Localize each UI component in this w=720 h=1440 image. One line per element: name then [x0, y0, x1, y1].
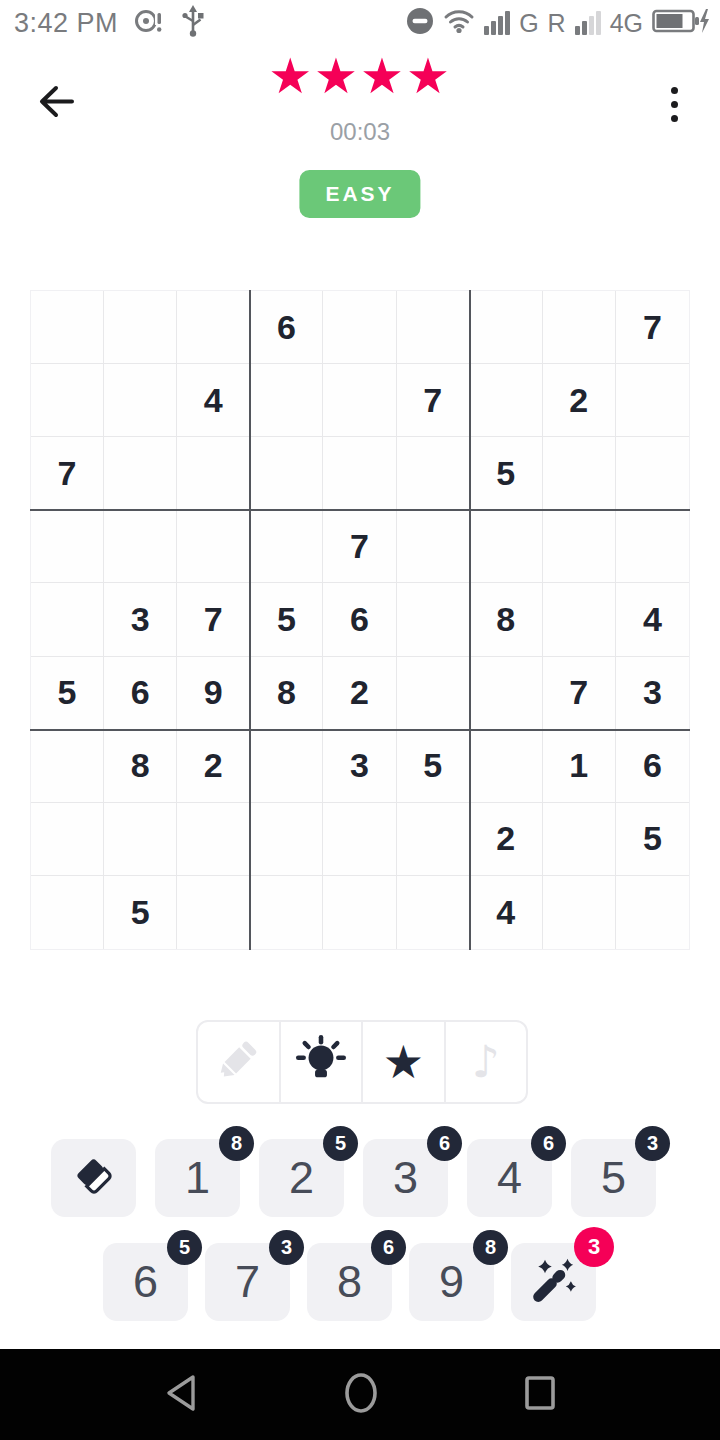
notes-pencil-button[interactable]	[198, 1022, 281, 1102]
sudoku-cell[interactable]	[250, 876, 323, 949]
sudoku-cell[interactable]	[323, 364, 396, 437]
remaining-count-badge: 5	[323, 1126, 358, 1161]
eraser-button[interactable]	[51, 1139, 136, 1217]
sudoku-cell[interactable]	[323, 437, 396, 510]
sudoku-cell[interactable]: 6	[104, 657, 177, 730]
sudoku-grid: 6747275737568456982738235162554	[30, 290, 690, 950]
numpad-digit: 7	[235, 1256, 260, 1308]
sudoku-cell[interactable]	[177, 291, 250, 364]
sudoku-cell[interactable]: 2	[323, 657, 396, 730]
sudoku-cell[interactable]	[470, 364, 543, 437]
remaining-count-badge: 3	[269, 1230, 304, 1265]
roaming-label: R	[548, 9, 566, 38]
rating-button[interactable]: ★	[363, 1022, 446, 1102]
network-type-label-2: 4G	[610, 9, 643, 38]
sudoku-cell[interactable]: 3	[104, 583, 177, 656]
game-toolbar: ★ ♪	[196, 1020, 528, 1104]
numpad-row-1: 1825364653	[51, 1139, 656, 1217]
sudoku-cell[interactable]	[616, 364, 689, 437]
sudoku-cell[interactable]: 5	[616, 803, 689, 876]
sudoku-cell[interactable]	[397, 291, 470, 364]
sudoku-cell[interactable]: 8	[470, 583, 543, 656]
numpad-digit: 5	[601, 1152, 626, 1204]
sudoku-cell[interactable]	[470, 291, 543, 364]
difficulty-stars: ★★★★	[0, 50, 720, 104]
usb-icon	[180, 4, 206, 42]
nav-home-button[interactable]	[342, 1371, 380, 1419]
sudoku-cell[interactable]	[31, 583, 104, 656]
sudoku-cell[interactable]	[250, 730, 323, 803]
sudoku-cell[interactable]	[177, 437, 250, 510]
numpad-button-6[interactable]: 65	[103, 1243, 188, 1321]
sudoku-cell[interactable]	[250, 803, 323, 876]
numpad-button-3[interactable]: 36	[363, 1139, 448, 1217]
sudoku-cell[interactable]	[31, 291, 104, 364]
sudoku-cell[interactable]: 7	[177, 583, 250, 656]
network-type-label: G	[519, 9, 538, 38]
numpad-button-9[interactable]: 98	[409, 1243, 494, 1321]
sudoku-cell[interactable]	[470, 510, 543, 583]
nav-recents-button[interactable]	[523, 1374, 557, 1416]
numpad-button-7[interactable]: 73	[205, 1243, 290, 1321]
sudoku-cell[interactable]	[543, 510, 616, 583]
remaining-count-badge: 8	[473, 1230, 508, 1265]
sudoku-cell[interactable]: 2	[543, 364, 616, 437]
remaining-count-badge: 3	[635, 1126, 670, 1161]
sudoku-cell[interactable]	[397, 803, 470, 876]
sudoku-cell[interactable]: 9	[177, 657, 250, 730]
numpad-button-1[interactable]: 18	[155, 1139, 240, 1217]
remaining-count-badge: 6	[427, 1126, 462, 1161]
remaining-count-badge: 6	[371, 1230, 406, 1265]
signal-icon-2	[575, 11, 601, 35]
sudoku-cell[interactable]	[31, 876, 104, 949]
nav-back-icon	[163, 1373, 199, 1413]
numpad-button-4[interactable]: 46	[467, 1139, 552, 1217]
sudoku-cell[interactable]: 7	[31, 437, 104, 510]
numpad-button-2[interactable]: 25	[259, 1139, 344, 1217]
game-timer: 00:03	[0, 118, 720, 146]
numpad-digit: 6	[133, 1256, 158, 1308]
star-icon: ★	[383, 1039, 424, 1085]
sudoku-board: 6747275737568456982738235162554	[30, 290, 690, 950]
sudoku-cell[interactable]	[470, 730, 543, 803]
hint-button[interactable]	[281, 1022, 364, 1102]
sudoku-cell[interactable]	[104, 510, 177, 583]
sudoku-cell[interactable]	[177, 876, 250, 949]
eraser-icon	[68, 1150, 120, 1206]
clock: 3:42 PM	[14, 8, 118, 39]
sudoku-cell[interactable]	[616, 510, 689, 583]
sudoku-cell[interactable]: 2	[470, 803, 543, 876]
status-bar: 3:42 PM	[0, 0, 720, 44]
sudoku-cell[interactable]	[250, 510, 323, 583]
pencil-icon	[212, 1034, 264, 1090]
do-not-disturb-icon	[406, 7, 434, 39]
numpad-digit: 9	[439, 1256, 464, 1308]
sudoku-cell[interactable]: 5	[31, 657, 104, 730]
sudoku-cell[interactable]: 3	[323, 730, 396, 803]
sudoku-cell[interactable]: 7	[543, 657, 616, 730]
numpad-digit: 3	[393, 1152, 418, 1204]
sudoku-cell[interactable]	[616, 437, 689, 510]
sudoku-cell[interactable]	[104, 291, 177, 364]
sudoku-cell[interactable]	[397, 657, 470, 730]
sudoku-cell[interactable]	[397, 876, 470, 949]
sudoku-cell[interactable]: 6	[250, 291, 323, 364]
sudoku-cell[interactable]	[397, 583, 470, 656]
remaining-count-badge: 8	[219, 1126, 254, 1161]
sudoku-cell[interactable]: 7	[397, 364, 470, 437]
sudoku-cell[interactable]: 1	[543, 730, 616, 803]
sudoku-cell[interactable]: 6	[323, 583, 396, 656]
sudoku-cell[interactable]	[31, 510, 104, 583]
sudoku-cell[interactable]	[616, 876, 689, 949]
sudoku-cell[interactable]	[543, 876, 616, 949]
numpad-row-2: 65738698 3	[103, 1243, 596, 1321]
sudoku-cell[interactable]: 7	[323, 510, 396, 583]
sudoku-cell[interactable]	[397, 510, 470, 583]
sudoku-cell[interactable]	[250, 437, 323, 510]
sudoku-cell[interactable]	[323, 876, 396, 949]
box-divider	[469, 290, 471, 950]
sudoku-cell[interactable]	[543, 437, 616, 510]
sudoku-cell[interactable]: 4	[616, 583, 689, 656]
lightbulb-icon	[295, 1034, 347, 1090]
sudoku-cell[interactable]	[31, 730, 104, 803]
sudoku-cell[interactable]	[397, 437, 470, 510]
sudoku-cell[interactable]	[470, 657, 543, 730]
numpad-digit: 2	[289, 1152, 314, 1204]
sudoku-cell[interactable]	[104, 437, 177, 510]
remaining-count-badge: 5	[167, 1230, 202, 1265]
magic-wand-icon	[527, 1253, 581, 1311]
sudoku-cell[interactable]	[104, 364, 177, 437]
alert-icon	[134, 5, 164, 41]
sudoku-cell[interactable]	[31, 803, 104, 876]
sudoku-cell[interactable]	[543, 583, 616, 656]
sudoku-cell[interactable]: 7	[616, 291, 689, 364]
music-note-icon: ♪	[472, 1040, 500, 1084]
signal-icon	[484, 11, 510, 35]
nav-home-icon	[342, 1371, 380, 1415]
wifi-icon	[443, 8, 475, 38]
box-divider	[30, 509, 690, 511]
sudoku-cell[interactable]	[104, 803, 177, 876]
sudoku-cell[interactable]: 4	[177, 364, 250, 437]
numpad-button-8[interactable]: 86	[307, 1243, 392, 1321]
sudoku-cell[interactable]	[323, 803, 396, 876]
nav-back-button[interactable]	[163, 1373, 199, 1417]
difficulty-badge: EASY	[299, 170, 420, 218]
battery-charging-icon	[652, 7, 710, 39]
sudoku-cell[interactable]: 5	[104, 876, 177, 949]
sudoku-cell[interactable]: 5	[397, 730, 470, 803]
android-navigation-bar	[0, 1349, 720, 1440]
sound-button[interactable]: ♪	[446, 1022, 527, 1102]
sudoku-cell[interactable]: 5	[250, 583, 323, 656]
numpad-digit: 8	[337, 1256, 362, 1308]
sudoku-cell[interactable]: 3	[616, 657, 689, 730]
sudoku-cell[interactable]: 2	[177, 730, 250, 803]
sudoku-cell[interactable]	[543, 291, 616, 364]
sudoku-cell[interactable]: 8	[250, 657, 323, 730]
numpad-digit: 4	[497, 1152, 522, 1204]
sudoku-cell[interactable]	[177, 510, 250, 583]
nav-recents-icon	[523, 1374, 557, 1412]
kebab-dot	[671, 87, 678, 94]
magic-wand-button[interactable]: 3	[511, 1243, 596, 1321]
numpad-digit: 1	[185, 1152, 210, 1204]
sudoku-cell[interactable]: 6	[616, 730, 689, 803]
sudoku-cell[interactable]	[177, 803, 250, 876]
sudoku-cell[interactable]	[323, 291, 396, 364]
sudoku-cell[interactable]	[31, 364, 104, 437]
remaining-count-badge: 6	[531, 1126, 566, 1161]
sudoku-cell[interactable]	[543, 803, 616, 876]
kebab-dot	[671, 101, 678, 108]
box-divider	[249, 290, 251, 950]
sudoku-cell[interactable]	[250, 364, 323, 437]
box-divider	[30, 729, 690, 731]
numpad-button-5[interactable]: 53	[571, 1139, 656, 1217]
sudoku-cell[interactable]: 4	[470, 876, 543, 949]
sudoku-cell[interactable]: 8	[104, 730, 177, 803]
sudoku-cell[interactable]: 5	[470, 437, 543, 510]
hint-count-badge: 3	[574, 1227, 614, 1267]
